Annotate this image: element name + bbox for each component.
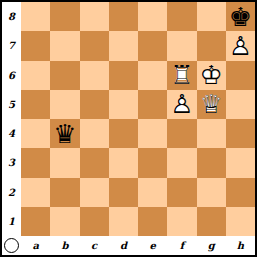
board-square-c2[interactable]	[80, 178, 109, 207]
white-to-move-indicator	[4, 238, 19, 253]
board-square-e5[interactable]	[138, 90, 167, 119]
board-square-g1[interactable]	[197, 207, 226, 236]
board-square-h4[interactable]	[226, 119, 255, 148]
board-square-f6[interactable]: ♜♖	[167, 61, 196, 90]
board-square-c7[interactable]	[80, 31, 109, 60]
white-pawn-glyph: ♙	[229, 33, 252, 59]
board-square-a4[interactable]	[21, 119, 50, 148]
file-label-c: c	[80, 236, 109, 255]
white-pawn-glyph: ♙	[170, 91, 193, 117]
board-square-h1[interactable]	[226, 207, 255, 236]
board-square-a1[interactable]	[21, 207, 50, 236]
board-square-a3[interactable]	[21, 148, 50, 177]
board-square-f4[interactable]	[167, 119, 196, 148]
board-square-g6[interactable]: ♚♔	[197, 61, 226, 90]
rank-label-1: 1	[2, 207, 21, 236]
board-square-d7[interactable]	[109, 31, 138, 60]
board-square-e7[interactable]	[138, 31, 167, 60]
rank-label-3: 3	[2, 148, 21, 177]
board-layout: 8♚7♟♙6♜♖♚♔5♟♙♛♕4♛321abcdefgh	[2, 2, 255, 255]
file-label-h: h	[226, 236, 255, 255]
rank-label-4: 4	[2, 119, 21, 148]
board-square-a7[interactable]	[21, 31, 50, 60]
board-square-b3[interactable]	[50, 148, 79, 177]
board-square-a8[interactable]	[21, 2, 50, 31]
board-square-h7[interactable]: ♟♙	[226, 31, 255, 60]
board-square-e2[interactable]	[138, 178, 167, 207]
board-square-f3[interactable]	[167, 148, 196, 177]
board-square-b4[interactable]: ♛	[50, 119, 79, 148]
file-label-a: a	[21, 236, 50, 255]
file-label-f: f	[167, 236, 196, 255]
board-square-e1[interactable]	[138, 207, 167, 236]
board-square-c4[interactable]	[80, 119, 109, 148]
white-king-glyph: ♔	[199, 62, 222, 88]
board-square-b6[interactable]	[50, 61, 79, 90]
board-square-c1[interactable]	[80, 207, 109, 236]
rank-label-2: 2	[2, 178, 21, 207]
rank-label-5: 5	[2, 90, 21, 119]
board-square-d1[interactable]	[109, 207, 138, 236]
file-label-g: g	[197, 236, 226, 255]
board-square-f8[interactable]	[167, 2, 196, 31]
board-square-g4[interactable]	[197, 119, 226, 148]
black-queen-glyph: ♛	[53, 121, 76, 147]
board-square-f7[interactable]	[167, 31, 196, 60]
board-square-d2[interactable]	[109, 178, 138, 207]
board-square-g5[interactable]: ♛♕	[197, 90, 226, 119]
board-square-a2[interactable]	[21, 178, 50, 207]
board-square-e4[interactable]	[138, 119, 167, 148]
file-label-d: d	[109, 236, 138, 255]
board-square-c8[interactable]	[80, 2, 109, 31]
white-queen[interactable]: ♛♕	[197, 90, 226, 119]
board-square-c5[interactable]	[80, 90, 109, 119]
rank-label-8: 8	[2, 2, 21, 31]
board-square-h5[interactable]	[226, 90, 255, 119]
board-square-a5[interactable]	[21, 90, 50, 119]
board-square-g2[interactable]	[197, 178, 226, 207]
side-to-move-cell	[2, 236, 21, 255]
board-square-d8[interactable]	[109, 2, 138, 31]
white-queen-glyph: ♕	[199, 91, 222, 117]
board-square-b7[interactable]	[50, 31, 79, 60]
file-label-b: b	[50, 236, 79, 255]
board-square-h6[interactable]	[226, 61, 255, 90]
board-square-f5[interactable]: ♟♙	[167, 90, 196, 119]
board-square-g3[interactable]	[197, 148, 226, 177]
rank-label-7: 7	[2, 31, 21, 60]
board-square-h3[interactable]	[226, 148, 255, 177]
black-king[interactable]: ♚	[226, 2, 255, 31]
chess-diagram: 8♚7♟♙6♜♖♚♔5♟♙♛♕4♛321abcdefgh	[0, 0, 257, 257]
black-queen[interactable]: ♛	[50, 119, 79, 148]
board-square-g7[interactable]	[197, 31, 226, 60]
board-square-d5[interactable]	[109, 90, 138, 119]
black-king-glyph: ♚	[229, 4, 252, 30]
board-square-c6[interactable]	[80, 61, 109, 90]
rank-label-6: 6	[2, 61, 21, 90]
board-square-b8[interactable]	[50, 2, 79, 31]
board-square-g8[interactable]	[197, 2, 226, 31]
white-king[interactable]: ♚♔	[197, 61, 226, 90]
board-square-e8[interactable]	[138, 2, 167, 31]
board-square-a6[interactable]	[21, 61, 50, 90]
board-square-h8[interactable]: ♚	[226, 2, 255, 31]
board-square-d6[interactable]	[109, 61, 138, 90]
white-rook-glyph: ♖	[170, 62, 193, 88]
white-rook[interactable]: ♜♖	[167, 61, 196, 90]
board-square-e6[interactable]	[138, 61, 167, 90]
board-square-b2[interactable]	[50, 178, 79, 207]
board-square-c3[interactable]	[80, 148, 109, 177]
board-square-h2[interactable]	[226, 178, 255, 207]
board-square-e3[interactable]	[138, 148, 167, 177]
board-square-b1[interactable]	[50, 207, 79, 236]
board-square-d4[interactable]	[109, 119, 138, 148]
board-square-f1[interactable]	[167, 207, 196, 236]
white-pawn[interactable]: ♟♙	[226, 31, 255, 60]
board-square-d3[interactable]	[109, 148, 138, 177]
white-pawn[interactable]: ♟♙	[167, 90, 196, 119]
board-square-b5[interactable]	[50, 90, 79, 119]
file-label-e: e	[138, 236, 167, 255]
board-square-f2[interactable]	[167, 178, 196, 207]
